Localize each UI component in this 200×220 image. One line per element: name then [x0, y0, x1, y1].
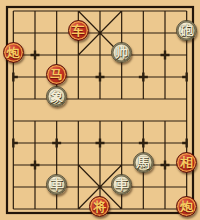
piece-white-cannon[interactable]: 砲 — [176, 20, 197, 41]
piece-red-general[interactable]: 将 — [89, 196, 110, 217]
piece-white-general[interactable]: 帅 — [111, 42, 132, 63]
piece-red-chariot[interactable]: 车 — [68, 20, 89, 41]
piece-red-horse[interactable]: 马 — [46, 64, 67, 85]
piece-white-horse[interactable]: 馬 — [133, 152, 154, 173]
piece-white-elephant[interactable]: 象 — [46, 86, 67, 107]
piece-white-chariot[interactable]: 車 — [46, 174, 67, 195]
piece-red-elephant[interactable]: 相 — [176, 152, 197, 173]
xiangqi-board[interactable]: 砲帅象馬車車车炮马相将炮 — [0, 0, 200, 220]
piece-red-cannon[interactable]: 炮 — [3, 42, 24, 63]
piece-red-cannon[interactable]: 炮 — [176, 196, 197, 217]
pieces-layer: 砲帅象馬車車车炮马相将炮 — [3, 0, 198, 220]
piece-white-chariot[interactable]: 車 — [111, 174, 132, 195]
